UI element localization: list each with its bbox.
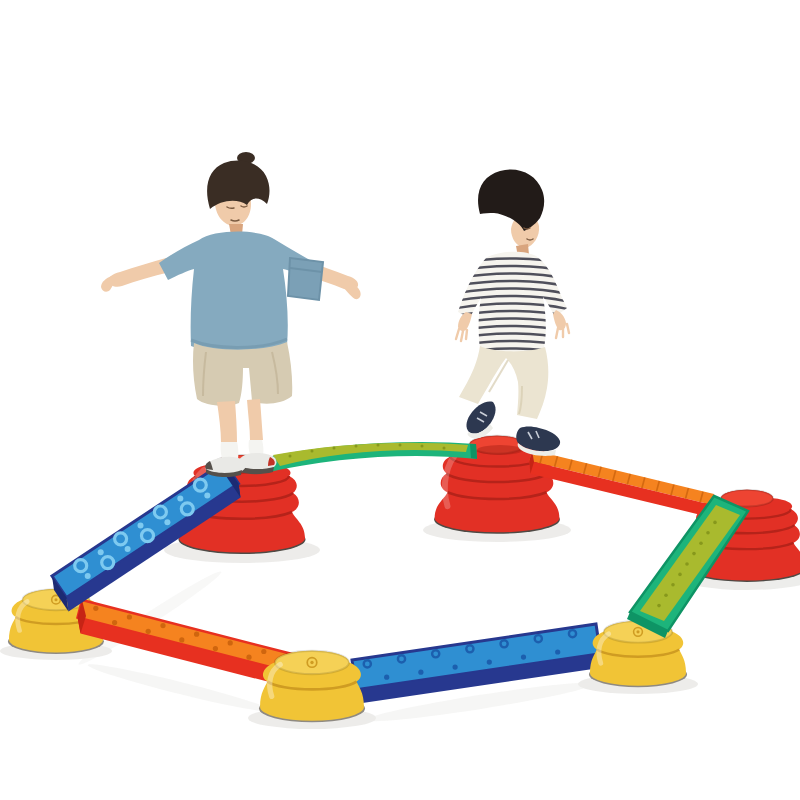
child-left [101,152,361,477]
stone-top-hole [636,630,639,633]
child-pants [459,346,548,419]
balance-course-scene [0,0,800,800]
beam-end-cap-right [470,444,477,459]
stepping-stone-yellow-bottom-right [589,621,687,687]
child-right [452,170,572,456]
child-left-hand [458,312,472,331]
child-shirt-pocket [288,258,323,300]
stone-top-hole [54,598,57,601]
stone-top-hole [310,661,313,664]
stepping-stone-yellow-bottom-center [259,651,365,723]
balance-beam-red-top-right [529,450,716,518]
product-photo [0,0,800,800]
shoe-contact-shadow [477,445,523,455]
child-left-leg [217,401,237,443]
child-hair [478,170,544,231]
child-right-leg [247,399,263,441]
